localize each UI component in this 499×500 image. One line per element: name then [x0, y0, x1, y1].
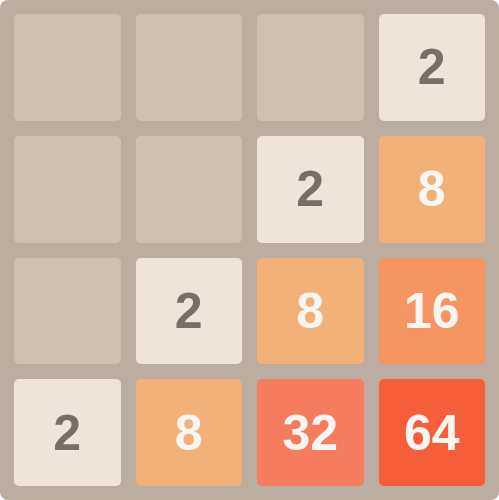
tile-8-r4c2: 8: [136, 379, 243, 486]
empty-cell-r3c1: [14, 258, 121, 365]
tile-8-r2c4: 8: [379, 136, 486, 243]
empty-cell-r1c2: [136, 14, 243, 121]
empty-cell-r2c2: [136, 136, 243, 243]
tile-64-r4c4: 64: [379, 379, 486, 486]
tile-16-r3c4: 16: [379, 258, 486, 365]
empty-cell-r2c1: [14, 136, 121, 243]
tile-2-r2c3: 2: [257, 136, 364, 243]
tile-32-r4c3: 32: [257, 379, 364, 486]
tile-2-r1c4: 2: [379, 14, 486, 121]
empty-cell-r1c1: [14, 14, 121, 121]
empty-cell-r1c3: [257, 14, 364, 121]
tile-2-r3c2: 2: [136, 258, 243, 365]
tile-2-r4c1: 2: [14, 379, 121, 486]
2048-board[interactable]: 2282816283264: [0, 0, 499, 500]
tile-8-r3c3: 8: [257, 258, 364, 365]
